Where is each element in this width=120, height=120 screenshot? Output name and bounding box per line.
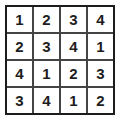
cell-r2c4: 1 bbox=[88, 34, 113, 59]
puzzle-board: 1 2 3 4 2 3 4 1 4 1 2 3 3 4 1 2 bbox=[5, 5, 115, 115]
cell-r4c3: 1 bbox=[61, 88, 86, 113]
cell-r2c1: 2 bbox=[7, 34, 32, 59]
cell-r1c3: 3 bbox=[61, 7, 86, 32]
cell-r1c2: 2 bbox=[34, 7, 59, 32]
cell-r4c1: 3 bbox=[7, 88, 32, 113]
cell-r3c2: 1 bbox=[34, 61, 59, 86]
cell-r1c4: 4 bbox=[88, 7, 113, 32]
cell-r3c1: 4 bbox=[7, 61, 32, 86]
cell-r3c4: 3 bbox=[88, 61, 113, 86]
cell-r2c3: 4 bbox=[61, 34, 86, 59]
cell-r4c4: 2 bbox=[88, 88, 113, 113]
cell-r3c3: 2 bbox=[61, 61, 86, 86]
cell-r1c1: 1 bbox=[7, 7, 32, 32]
cell-r2c2: 3 bbox=[34, 34, 59, 59]
cell-r4c2: 4 bbox=[34, 88, 59, 113]
